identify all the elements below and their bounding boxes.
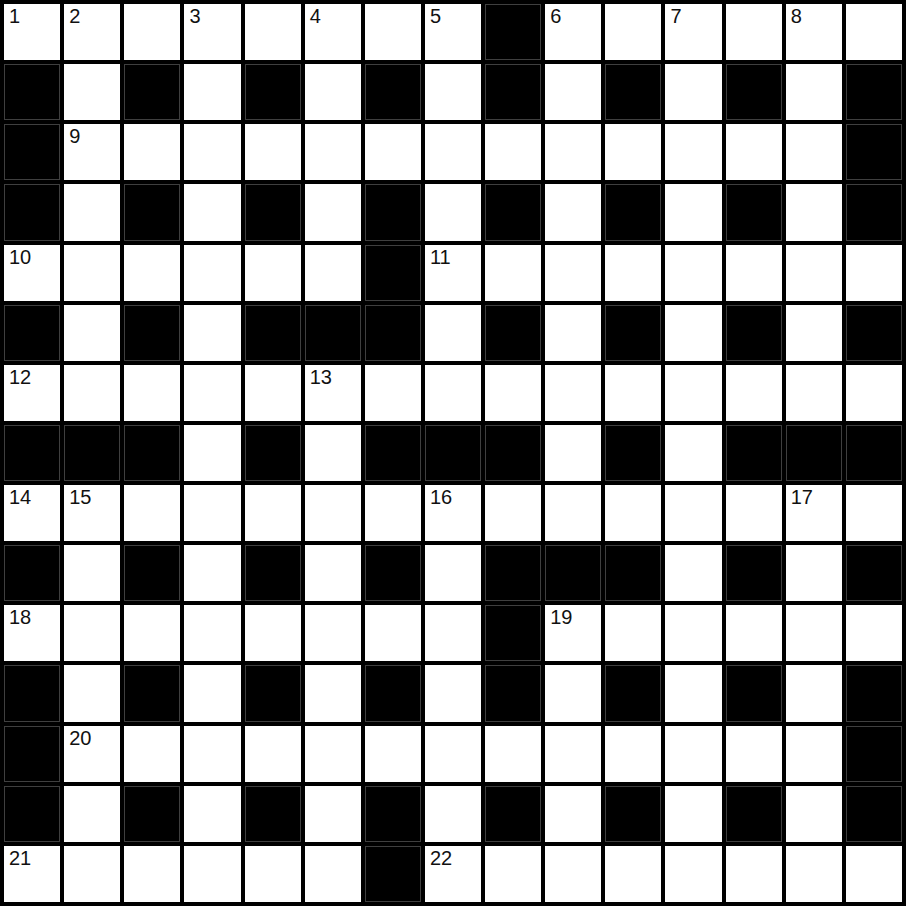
crossword-cell[interactable] <box>786 305 842 361</box>
blocked-cell <box>425 425 481 481</box>
crossword-cell[interactable] <box>545 665 601 721</box>
crossword-cell[interactable] <box>726 485 782 541</box>
clue-number: 6 <box>550 5 561 28</box>
blocked-cell <box>365 184 421 240</box>
crossword-cell[interactable] <box>184 124 240 180</box>
blocked-cell <box>245 425 301 481</box>
crossword-cell[interactable] <box>846 846 902 902</box>
crossword-cell[interactable] <box>726 4 782 60</box>
blocked-cell <box>365 846 421 902</box>
crossword-board: 12345678910111213141516171819202122 <box>0 0 906 906</box>
crossword-cell[interactable]: 10 <box>4 245 60 301</box>
crossword-cell[interactable] <box>485 365 541 421</box>
blocked-cell <box>4 124 60 180</box>
crossword-cell[interactable] <box>425 184 481 240</box>
crossword-cell[interactable] <box>184 485 240 541</box>
crossword-cell[interactable] <box>305 726 361 782</box>
blocked-cell <box>485 425 541 481</box>
crossword-cell[interactable] <box>305 184 361 240</box>
crossword-cell[interactable] <box>485 124 541 180</box>
blocked-cell <box>485 665 541 721</box>
crossword-cell[interactable] <box>64 605 120 661</box>
blocked-cell <box>605 64 661 120</box>
crossword-cell[interactable] <box>64 545 120 601</box>
crossword-cell[interactable] <box>605 485 661 541</box>
crossword-cell[interactable] <box>726 365 782 421</box>
clue-number: 1 <box>9 5 20 28</box>
blocked-cell <box>545 545 601 601</box>
crossword-cell[interactable]: 18 <box>4 605 60 661</box>
crossword-cell[interactable] <box>545 846 601 902</box>
blocked-cell <box>485 786 541 842</box>
blocked-cell <box>726 184 782 240</box>
crossword-cell[interactable]: 20 <box>64 726 120 782</box>
crossword-cell[interactable] <box>786 786 842 842</box>
crossword-cell[interactable] <box>305 846 361 902</box>
blocked-cell <box>124 64 180 120</box>
crossword-cell[interactable]: 1 <box>4 4 60 60</box>
clue-number: 3 <box>189 5 200 28</box>
crossword-cell[interactable] <box>305 665 361 721</box>
crossword-cell[interactable] <box>605 4 661 60</box>
crossword-cell[interactable] <box>786 545 842 601</box>
crossword-cell[interactable] <box>184 365 240 421</box>
crossword-cell[interactable] <box>665 64 721 120</box>
crossword-cell[interactable] <box>786 726 842 782</box>
blocked-cell <box>846 726 902 782</box>
blocked-cell <box>64 425 120 481</box>
blocked-cell <box>846 786 902 842</box>
crossword-cell[interactable] <box>605 846 661 902</box>
blocked-cell <box>605 425 661 481</box>
crossword-cell[interactable]: 4 <box>305 4 361 60</box>
blocked-cell <box>846 665 902 721</box>
clue-number: 4 <box>310 5 321 28</box>
crossword-cell[interactable] <box>545 245 601 301</box>
blocked-cell <box>726 665 782 721</box>
crossword-cell[interactable] <box>365 605 421 661</box>
blocked-cell <box>485 184 541 240</box>
crossword-cell[interactable] <box>545 64 601 120</box>
crossword-cell[interactable] <box>665 305 721 361</box>
crossword-cell[interactable] <box>846 605 902 661</box>
crossword-cell[interactable] <box>245 124 301 180</box>
crossword-cell[interactable] <box>64 184 120 240</box>
blocked-cell <box>786 425 842 481</box>
crossword-cell[interactable] <box>64 64 120 120</box>
crossword-cell[interactable] <box>846 365 902 421</box>
blocked-cell <box>245 305 301 361</box>
crossword-cell[interactable] <box>305 124 361 180</box>
crossword-cell[interactable] <box>545 786 601 842</box>
crossword-cell[interactable] <box>245 726 301 782</box>
blocked-cell <box>124 425 180 481</box>
clue-number: 9 <box>69 125 80 148</box>
clue-number: 2 <box>69 5 80 28</box>
blocked-cell <box>605 184 661 240</box>
crossword-cell[interactable] <box>64 245 120 301</box>
crossword-cell[interactable] <box>665 365 721 421</box>
crossword-cell[interactable] <box>184 605 240 661</box>
crossword-cell[interactable] <box>64 365 120 421</box>
blocked-cell <box>846 124 902 180</box>
crossword-cell[interactable] <box>184 245 240 301</box>
crossword-cell[interactable]: 12 <box>4 365 60 421</box>
blocked-cell <box>124 184 180 240</box>
clue-number: 7 <box>670 5 681 28</box>
crossword-cell[interactable]: 5 <box>425 4 481 60</box>
blocked-cell <box>365 425 421 481</box>
crossword-cell[interactable] <box>64 846 120 902</box>
crossword-cell[interactable] <box>184 726 240 782</box>
crossword-cell[interactable] <box>665 605 721 661</box>
clue-number: 14 <box>9 486 31 509</box>
crossword-cell[interactable] <box>365 4 421 60</box>
blocked-cell <box>365 545 421 601</box>
crossword-cell[interactable] <box>425 545 481 601</box>
clue-number: 11 <box>430 246 451 269</box>
blocked-cell <box>846 184 902 240</box>
blocked-cell <box>485 4 541 60</box>
clue-number: 10 <box>9 246 31 269</box>
blocked-cell <box>124 545 180 601</box>
clue-number: 12 <box>9 366 31 389</box>
crossword-cell[interactable] <box>124 846 180 902</box>
crossword-cell[interactable]: 3 <box>184 4 240 60</box>
blocked-cell <box>726 305 782 361</box>
blocked-cell <box>245 545 301 601</box>
blocked-cell <box>726 545 782 601</box>
crossword-cell[interactable] <box>425 726 481 782</box>
blocked-cell <box>365 64 421 120</box>
blocked-cell <box>4 64 60 120</box>
clue-number: 21 <box>9 847 31 870</box>
crossword-cell[interactable] <box>124 245 180 301</box>
crossword-cell[interactable] <box>665 726 721 782</box>
crossword-cell[interactable] <box>786 605 842 661</box>
crossword-cell[interactable] <box>665 485 721 541</box>
crossword-cell[interactable] <box>605 605 661 661</box>
blocked-cell <box>245 665 301 721</box>
crossword-cell[interactable] <box>245 365 301 421</box>
crossword-cell[interactable] <box>846 485 902 541</box>
crossword-cell[interactable] <box>545 425 601 481</box>
crossword-cell[interactable] <box>305 545 361 601</box>
crossword-cell[interactable] <box>425 305 481 361</box>
crossword-cell[interactable] <box>64 305 120 361</box>
crossword-cell[interactable] <box>726 726 782 782</box>
crossword-cell[interactable] <box>124 485 180 541</box>
crossword-cell[interactable] <box>245 605 301 661</box>
blocked-cell <box>726 786 782 842</box>
crossword-cell[interactable]: 2 <box>64 4 120 60</box>
blocked-cell <box>124 665 180 721</box>
crossword-cell[interactable] <box>665 184 721 240</box>
crossword-cell[interactable]: 7 <box>665 4 721 60</box>
crossword-cell[interactable] <box>184 545 240 601</box>
blocked-cell <box>485 605 541 661</box>
crossword-cell[interactable] <box>184 184 240 240</box>
crossword-cell[interactable] <box>184 846 240 902</box>
blocked-cell <box>726 425 782 481</box>
crossword-cell[interactable]: 17 <box>786 485 842 541</box>
crossword-cell[interactable] <box>605 365 661 421</box>
crossword-cell[interactable] <box>605 124 661 180</box>
blocked-cell <box>605 665 661 721</box>
crossword-cell[interactable] <box>485 245 541 301</box>
blocked-cell <box>365 786 421 842</box>
crossword-cell[interactable] <box>786 184 842 240</box>
blocked-cell <box>365 305 421 361</box>
blocked-cell <box>365 245 421 301</box>
clue-number: 13 <box>310 366 332 389</box>
clue-number: 8 <box>791 5 802 28</box>
crossword-cell[interactable] <box>124 4 180 60</box>
crossword-cell[interactable] <box>726 846 782 902</box>
blocked-cell <box>305 305 361 361</box>
crossword-cell[interactable] <box>425 605 481 661</box>
crossword-cell[interactable] <box>665 545 721 601</box>
crossword-cell[interactable] <box>726 124 782 180</box>
crossword-cell[interactable] <box>184 305 240 361</box>
blocked-cell <box>605 545 661 601</box>
crossword-cell[interactable] <box>365 365 421 421</box>
crossword-cell[interactable] <box>184 786 240 842</box>
blocked-cell <box>124 786 180 842</box>
crossword-cell[interactable] <box>245 846 301 902</box>
crossword-cell[interactable] <box>665 245 721 301</box>
crossword-cell[interactable] <box>786 64 842 120</box>
blocked-cell <box>605 305 661 361</box>
crossword-cell[interactable]: 21 <box>4 846 60 902</box>
crossword-cell[interactable] <box>545 184 601 240</box>
crossword-cell[interactable]: 13 <box>305 365 361 421</box>
crossword-cell[interactable]: 6 <box>545 4 601 60</box>
blocked-cell <box>726 64 782 120</box>
crossword-cell[interactable] <box>665 665 721 721</box>
crossword-cell[interactable]: 22 <box>425 846 481 902</box>
blocked-cell <box>245 184 301 240</box>
crossword-cell[interactable] <box>665 846 721 902</box>
crossword-cell[interactable] <box>184 64 240 120</box>
crossword-cell[interactable] <box>425 124 481 180</box>
crossword-cell[interactable] <box>545 726 601 782</box>
blocked-cell <box>4 425 60 481</box>
crossword-cell[interactable] <box>665 124 721 180</box>
crossword-cell[interactable] <box>245 485 301 541</box>
blocked-cell <box>4 665 60 721</box>
clue-number: 19 <box>550 606 572 629</box>
blocked-cell <box>846 305 902 361</box>
blocked-cell <box>4 305 60 361</box>
blocked-cell <box>4 545 60 601</box>
blocked-cell <box>846 64 902 120</box>
crossword-cell[interactable] <box>665 786 721 842</box>
blocked-cell <box>485 64 541 120</box>
crossword-cell[interactable] <box>605 245 661 301</box>
blocked-cell <box>485 545 541 601</box>
crossword-cell[interactable] <box>665 425 721 481</box>
crossword-cell[interactable] <box>365 726 421 782</box>
crossword-cell[interactable] <box>786 665 842 721</box>
crossword-cell[interactable]: 15 <box>64 485 120 541</box>
crossword-cell[interactable] <box>124 365 180 421</box>
clue-number: 16 <box>430 486 452 509</box>
blocked-cell <box>4 726 60 782</box>
crossword-cell[interactable] <box>184 425 240 481</box>
crossword-cell[interactable] <box>425 365 481 421</box>
crossword-cell[interactable] <box>726 245 782 301</box>
crossword-cell[interactable] <box>545 485 601 541</box>
crossword-cell[interactable] <box>485 846 541 902</box>
crossword-cell[interactable] <box>545 305 601 361</box>
crossword-cell[interactable] <box>245 245 301 301</box>
crossword-cell[interactable] <box>124 124 180 180</box>
crossword-cell[interactable] <box>545 365 601 421</box>
crossword-cell[interactable] <box>124 605 180 661</box>
blocked-cell <box>4 786 60 842</box>
clue-number: 22 <box>430 847 452 870</box>
crossword-cell[interactable]: 11 <box>425 245 481 301</box>
clue-number: 5 <box>430 5 441 28</box>
crossword-cell[interactable] <box>425 665 481 721</box>
crossword-cell[interactable] <box>545 124 601 180</box>
blocked-cell <box>846 425 902 481</box>
crossword-cell[interactable]: 8 <box>786 4 842 60</box>
crossword-cell[interactable] <box>245 4 301 60</box>
crossword-cell[interactable]: 14 <box>4 485 60 541</box>
crossword-cell[interactable] <box>786 245 842 301</box>
crossword-cell[interactable] <box>485 485 541 541</box>
blocked-cell <box>124 305 180 361</box>
crossword-cell[interactable] <box>726 605 782 661</box>
crossword-cell[interactable] <box>305 485 361 541</box>
clue-number: 17 <box>791 486 813 509</box>
crossword-cell[interactable] <box>846 4 902 60</box>
blocked-cell <box>365 665 421 721</box>
crossword-cell[interactable] <box>124 726 180 782</box>
crossword-cell[interactable] <box>305 425 361 481</box>
crossword-cell[interactable] <box>425 64 481 120</box>
crossword-cell[interactable] <box>365 124 421 180</box>
crossword-cell[interactable]: 9 <box>64 124 120 180</box>
crossword-cell[interactable] <box>184 665 240 721</box>
blocked-cell <box>605 786 661 842</box>
blocked-cell <box>4 184 60 240</box>
crossword-cell[interactable] <box>846 245 902 301</box>
clue-number: 15 <box>69 486 91 509</box>
crossword-cell[interactable] <box>305 245 361 301</box>
clue-number: 18 <box>9 606 31 629</box>
crossword-cell[interactable] <box>305 786 361 842</box>
blocked-cell <box>485 305 541 361</box>
crossword-cell[interactable] <box>786 846 842 902</box>
crossword-cell[interactable] <box>64 665 120 721</box>
clue-number: 20 <box>69 727 91 750</box>
crossword-cell[interactable] <box>64 786 120 842</box>
crossword-cell[interactable] <box>425 786 481 842</box>
crossword-cell[interactable] <box>365 485 421 541</box>
crossword-cell[interactable]: 16 <box>425 485 481 541</box>
crossword-cell[interactable] <box>786 365 842 421</box>
crossword-cell[interactable] <box>485 726 541 782</box>
blocked-cell <box>846 545 902 601</box>
crossword-cell[interactable] <box>605 726 661 782</box>
crossword-cell[interactable] <box>786 124 842 180</box>
blocked-cell <box>245 64 301 120</box>
crossword-cell[interactable]: 19 <box>545 605 601 661</box>
crossword-cell[interactable] <box>305 64 361 120</box>
crossword-cell[interactable] <box>305 605 361 661</box>
blocked-cell <box>245 786 301 842</box>
